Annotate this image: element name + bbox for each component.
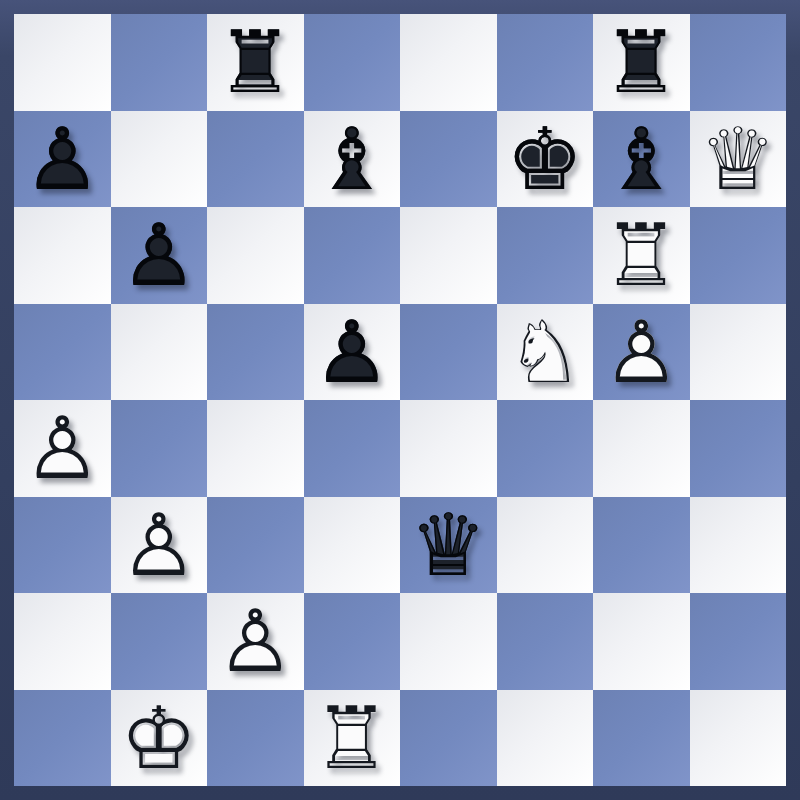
black-pawn[interactable]: ♟♙ (111, 207, 208, 304)
black-bishop[interactable]: ♝♗ (304, 111, 401, 208)
white-pawn[interactable]: ♟♙ (593, 304, 690, 401)
square-f3[interactable] (497, 497, 594, 594)
square-d2[interactable] (304, 593, 401, 690)
square-c4[interactable] (207, 400, 304, 497)
square-e1[interactable] (400, 690, 497, 787)
square-a5[interactable] (14, 304, 111, 401)
square-g4[interactable] (593, 400, 690, 497)
square-b1[interactable]: ♚♔ (111, 690, 208, 787)
square-e5[interactable] (400, 304, 497, 401)
pawn-outline-glyph: ♙ (593, 304, 690, 401)
square-c3[interactable] (207, 497, 304, 594)
white-queen[interactable]: ♛♕ (690, 111, 787, 208)
square-d6[interactable] (304, 207, 401, 304)
square-c2[interactable]: ♟♙ (207, 593, 304, 690)
square-g6[interactable]: ♜♖ (593, 207, 690, 304)
square-f4[interactable] (497, 400, 594, 497)
white-king[interactable]: ♚♔ (111, 690, 208, 787)
rook-outline-glyph: ♖ (304, 690, 401, 787)
square-f2[interactable] (497, 593, 594, 690)
square-d5[interactable]: ♟♙ (304, 304, 401, 401)
black-pawn[interactable]: ♟♙ (304, 304, 401, 401)
square-f1[interactable] (497, 690, 594, 787)
chess-board-frame: ♜♖♜♖♟♙♝♗♚♔♝♗♛♕♟♙♜♖♟♙♞♘♟♙♟♙♟♙♛♕♟♙♚♔♜♖ (0, 0, 800, 800)
square-g3[interactable] (593, 497, 690, 594)
square-b5[interactable] (111, 304, 208, 401)
square-b2[interactable] (111, 593, 208, 690)
square-a3[interactable] (14, 497, 111, 594)
square-a1[interactable] (14, 690, 111, 787)
square-g5[interactable]: ♟♙ (593, 304, 690, 401)
square-g2[interactable] (593, 593, 690, 690)
square-d1[interactable]: ♜♖ (304, 690, 401, 787)
rook-outline-glyph: ♖ (593, 14, 690, 111)
black-queen[interactable]: ♛♕ (400, 497, 497, 594)
square-c6[interactable] (207, 207, 304, 304)
bishop-outline-glyph: ♗ (593, 111, 690, 208)
square-h8[interactable] (690, 14, 787, 111)
black-rook[interactable]: ♜♖ (207, 14, 304, 111)
square-h7[interactable]: ♛♕ (690, 111, 787, 208)
square-h1[interactable] (690, 690, 787, 787)
square-f6[interactable] (497, 207, 594, 304)
square-b6[interactable]: ♟♙ (111, 207, 208, 304)
square-h6[interactable] (690, 207, 787, 304)
square-b8[interactable] (111, 14, 208, 111)
square-e4[interactable] (400, 400, 497, 497)
square-a2[interactable] (14, 593, 111, 690)
square-d4[interactable] (304, 400, 401, 497)
square-e3[interactable]: ♛♕ (400, 497, 497, 594)
square-f5[interactable]: ♞♘ (497, 304, 594, 401)
king-outline-glyph: ♔ (111, 690, 208, 787)
square-h3[interactable] (690, 497, 787, 594)
black-pawn[interactable]: ♟♙ (14, 111, 111, 208)
square-a7[interactable]: ♟♙ (14, 111, 111, 208)
square-d7[interactable]: ♝♗ (304, 111, 401, 208)
square-a8[interactable] (14, 14, 111, 111)
square-e6[interactable] (400, 207, 497, 304)
white-pawn[interactable]: ♟♙ (111, 497, 208, 594)
square-g7[interactable]: ♝♗ (593, 111, 690, 208)
square-e7[interactable] (400, 111, 497, 208)
square-h5[interactable] (690, 304, 787, 401)
pawn-outline-glyph: ♙ (304, 304, 401, 401)
square-d8[interactable] (304, 14, 401, 111)
square-a4[interactable]: ♟♙ (14, 400, 111, 497)
black-king[interactable]: ♚♔ (497, 111, 594, 208)
pawn-outline-glyph: ♙ (111, 207, 208, 304)
square-c1[interactable] (207, 690, 304, 787)
pawn-outline-glyph: ♙ (14, 111, 111, 208)
square-c5[interactable] (207, 304, 304, 401)
square-e2[interactable] (400, 593, 497, 690)
square-c7[interactable] (207, 111, 304, 208)
white-rook[interactable]: ♜♖ (304, 690, 401, 787)
square-a6[interactable] (14, 207, 111, 304)
square-f8[interactable] (497, 14, 594, 111)
knight-outline-glyph: ♘ (497, 304, 594, 401)
square-e8[interactable] (400, 14, 497, 111)
square-h4[interactable] (690, 400, 787, 497)
rook-outline-glyph: ♖ (207, 14, 304, 111)
white-pawn[interactable]: ♟♙ (207, 593, 304, 690)
rook-outline-glyph: ♖ (593, 207, 690, 304)
queen-outline-glyph: ♕ (690, 111, 787, 208)
square-g1[interactable] (593, 690, 690, 787)
square-g8[interactable]: ♜♖ (593, 14, 690, 111)
square-b4[interactable] (111, 400, 208, 497)
chess-board: ♜♖♜♖♟♙♝♗♚♔♝♗♛♕♟♙♜♖♟♙♞♘♟♙♟♙♟♙♛♕♟♙♚♔♜♖ (14, 14, 786, 786)
square-d3[interactable] (304, 497, 401, 594)
black-rook[interactable]: ♜♖ (593, 14, 690, 111)
white-knight[interactable]: ♞♘ (497, 304, 594, 401)
black-bishop[interactable]: ♝♗ (593, 111, 690, 208)
square-b3[interactable]: ♟♙ (111, 497, 208, 594)
white-pawn[interactable]: ♟♙ (14, 400, 111, 497)
pawn-outline-glyph: ♙ (207, 593, 304, 690)
square-c8[interactable]: ♜♖ (207, 14, 304, 111)
king-outline-glyph: ♔ (497, 111, 594, 208)
pawn-outline-glyph: ♙ (111, 497, 208, 594)
pawn-outline-glyph: ♙ (14, 400, 111, 497)
white-rook[interactable]: ♜♖ (593, 207, 690, 304)
bishop-outline-glyph: ♗ (304, 111, 401, 208)
square-b7[interactable] (111, 111, 208, 208)
queen-outline-glyph: ♕ (400, 497, 497, 594)
square-h2[interactable] (690, 593, 787, 690)
square-f7[interactable]: ♚♔ (497, 111, 594, 208)
